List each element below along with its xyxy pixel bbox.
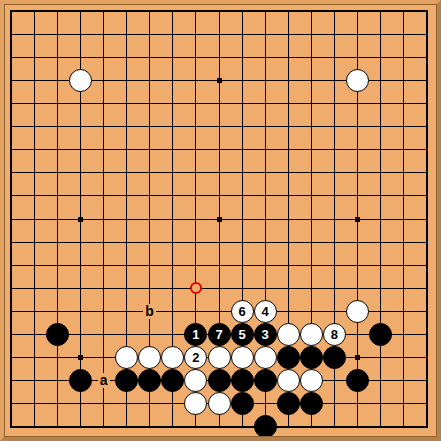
black-stone: [46, 323, 69, 346]
black-stone-move-7: 7: [208, 323, 231, 346]
hoshi-point: [217, 78, 222, 83]
black-stone-move-5: 5: [231, 323, 254, 346]
white-stone-move-4: 4: [254, 300, 277, 323]
hoshi-point: [355, 355, 360, 360]
black-stone: [231, 392, 254, 415]
black-stone: [277, 392, 300, 415]
white-stone: [138, 346, 161, 369]
white-stone: [254, 346, 277, 369]
white-stone-move-8: 8: [323, 323, 346, 346]
black-stone: [277, 346, 300, 369]
black-stone: [369, 323, 392, 346]
white-stone: [231, 346, 254, 369]
label-b: b: [143, 304, 156, 319]
white-stone: [300, 369, 323, 392]
white-stone-move-6: 6: [231, 300, 254, 323]
black-stone: [254, 369, 277, 392]
black-stone: [69, 369, 92, 392]
circle-marker: [190, 282, 202, 294]
white-stone: [208, 346, 231, 369]
black-stone: [115, 369, 138, 392]
black-stone: [300, 392, 323, 415]
black-stone: [300, 346, 323, 369]
hoshi-point: [78, 355, 83, 360]
label-a: a: [98, 373, 110, 388]
black-stone: [346, 369, 369, 392]
white-stone: [277, 369, 300, 392]
black-stone-move-3: 3: [254, 323, 277, 346]
white-stone: [115, 346, 138, 369]
hoshi-point: [217, 217, 222, 222]
white-stone: [346, 300, 369, 323]
hoshi-point: [355, 217, 360, 222]
black-stone: [254, 415, 277, 438]
white-stone: [208, 392, 231, 415]
black-stone: [231, 369, 254, 392]
go-board: ab64175382: [0, 0, 441, 441]
white-stone: [346, 69, 369, 92]
black-stone: [208, 369, 231, 392]
hoshi-point: [78, 217, 83, 222]
white-stone: [300, 323, 323, 346]
black-stone: [323, 346, 346, 369]
white-stone: [277, 323, 300, 346]
